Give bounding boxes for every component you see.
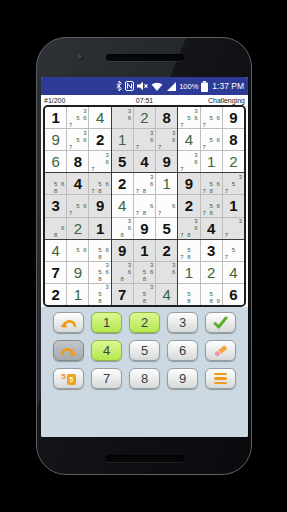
mark-9: 9 xyxy=(215,298,222,305)
pencil-marks: 56 xyxy=(67,240,88,261)
cell-r6c9[interactable]: 37 xyxy=(223,218,244,239)
mark-6: 6 xyxy=(148,180,155,187)
cell-r3c5[interactable]: 4 xyxy=(134,151,155,172)
mark-6: 6 xyxy=(81,247,88,254)
cell-r6c6[interactable]: 5 xyxy=(156,218,177,239)
mark-8: 8 xyxy=(52,187,59,194)
pencil-marks: 358 xyxy=(134,284,155,305)
pencil-marks: 5678 xyxy=(201,195,222,216)
user-digit: 4 xyxy=(51,243,59,258)
mark-7: 7 xyxy=(201,121,208,128)
mark-8: 8 xyxy=(52,232,59,239)
cell-r2c1[interactable]: 9 xyxy=(45,129,66,150)
cell-r5c2[interactable]: 567 xyxy=(67,195,88,216)
keypad-row-2: 456 xyxy=(53,340,236,361)
cell-r4c9[interactable]: 357 xyxy=(223,173,244,194)
keypad: 12345655789 xyxy=(41,307,248,437)
pencil-marks: 58 xyxy=(178,284,199,305)
mark-6: 6 xyxy=(148,202,155,209)
mark-3: 3 xyxy=(126,262,133,269)
mark-6: 6 xyxy=(170,136,177,143)
pencil-marks: 3567 xyxy=(178,107,199,128)
board-area: 1356749356726836736281367367549356756794… xyxy=(41,105,248,307)
mark-7: 7 xyxy=(201,187,208,194)
pencil-marks: 3568 xyxy=(134,262,155,283)
mark-5: 5 xyxy=(141,269,148,276)
mark-6: 6 xyxy=(215,202,222,209)
cell-r9c4[interactable]: 7 xyxy=(112,284,133,305)
given-digit: 8 xyxy=(163,110,171,125)
cell-r5c3[interactable]: 9 xyxy=(89,195,110,216)
mark-6: 6 xyxy=(148,269,155,276)
pencil-marks: 367 xyxy=(156,129,177,150)
mark-5: 5 xyxy=(52,180,59,187)
mark-7: 7 xyxy=(134,210,141,217)
bluetooth-icon xyxy=(116,81,122,91)
user-digit: 4 xyxy=(185,132,193,147)
mark-6: 6 xyxy=(104,269,111,276)
cell-r9c1[interactable]: 2 xyxy=(45,284,66,305)
given-digit: 1 xyxy=(96,221,104,236)
mark-8: 8 xyxy=(119,232,126,239)
given-digit: 3 xyxy=(207,243,215,258)
menu-button[interactable] xyxy=(205,368,236,389)
mark-3: 3 xyxy=(126,107,133,114)
pencil-marks: 367 xyxy=(178,151,199,172)
cell-r6c1[interactable]: 68 xyxy=(45,218,66,239)
cell-r8c7[interactable]: 1 xyxy=(178,262,199,283)
mark-6: 6 xyxy=(126,269,133,276)
given-digit: 9 xyxy=(185,176,193,191)
mark-5: 5 xyxy=(141,291,148,298)
box-6: 956783572567813678437 xyxy=(178,173,244,238)
cell-r7c9[interactable]: 57 xyxy=(223,240,244,261)
pencil-marks: 589 xyxy=(201,284,222,305)
pencil-marks: 36 xyxy=(112,107,133,128)
user-digit: 1 xyxy=(185,265,193,280)
cell-r7c5[interactable]: 1 xyxy=(134,240,155,261)
cell-r3c3[interactable]: 367 xyxy=(89,151,110,172)
mark-7: 7 xyxy=(223,254,230,261)
box-4: 56845678356796821 xyxy=(45,173,111,238)
cell-r2c9[interactable]: 8 xyxy=(223,129,244,150)
mark-8: 8 xyxy=(141,210,148,217)
user-digit: 4 xyxy=(96,110,104,125)
key-9[interactable]: 9 xyxy=(167,368,198,389)
mark-7: 7 xyxy=(178,121,185,128)
pencil-marks: 367 xyxy=(89,151,110,172)
mark-5: 5 xyxy=(185,114,192,121)
cell-r7c6[interactable]: 2 xyxy=(156,240,177,261)
pencil-marks: 3678 xyxy=(178,218,199,239)
given-digit: 1 xyxy=(229,198,237,213)
mark-5: 5 xyxy=(230,247,237,254)
cell-r5c7[interactable]: 2 xyxy=(178,195,199,216)
key-4[interactable]: 4 xyxy=(91,340,122,361)
cell-r2c4[interactable]: 1 xyxy=(112,129,133,150)
difficulty-label: Challenging xyxy=(178,97,245,104)
mark-5: 5 xyxy=(208,202,215,209)
given-digit: 1 xyxy=(51,110,59,125)
cell-r6c4[interactable]: 368 xyxy=(112,218,133,239)
cell-r1c3[interactable]: 4 xyxy=(89,107,110,128)
given-digit: 8 xyxy=(229,132,237,147)
front-camera xyxy=(77,54,83,60)
mark-3: 3 xyxy=(81,107,88,114)
sudoku-grid: 1356749356726836736281367367549356756794… xyxy=(43,105,246,307)
mark-7: 7 xyxy=(156,143,163,150)
cell-r5c6[interactable]: 67 xyxy=(156,195,177,216)
mark-5: 5 xyxy=(74,202,81,209)
pencil-marks: 568 xyxy=(89,240,110,261)
mark-8: 8 xyxy=(185,298,192,305)
cell-r2c7[interactable]: 4 xyxy=(178,129,199,150)
mark-5: 5 xyxy=(185,247,192,254)
mark-5: 5 xyxy=(97,180,104,187)
given-digit: 4 xyxy=(207,221,215,236)
mark-6: 6 xyxy=(148,136,155,143)
mark-8: 8 xyxy=(141,276,148,283)
given-digit: 9 xyxy=(140,221,148,236)
cell-r5c4[interactable]: 4 xyxy=(112,195,133,216)
cell-r9c5[interactable]: 358 xyxy=(134,284,155,305)
mark-5: 5 xyxy=(97,291,104,298)
mark-3: 3 xyxy=(148,284,155,291)
box-8: 91236835683673584 xyxy=(112,240,178,305)
mark-6: 6 xyxy=(215,136,222,143)
mark-6: 6 xyxy=(104,247,111,254)
user-digit: 6 xyxy=(51,154,59,169)
mute-icon xyxy=(137,81,148,91)
mark-6: 6 xyxy=(192,114,199,121)
user-digit: 2 xyxy=(207,265,215,280)
cell-r9c9[interactable]: 6 xyxy=(223,284,244,305)
mark-7: 7 xyxy=(178,165,185,172)
mark-8: 8 xyxy=(141,187,148,194)
mark-6: 6 xyxy=(104,158,111,165)
mark-7: 7 xyxy=(67,121,74,128)
key-8[interactable]: 8 xyxy=(129,368,160,389)
given-digit: 9 xyxy=(118,243,126,258)
cell-r6c8[interactable]: 4 xyxy=(201,218,222,239)
pencil-marks: 678 xyxy=(134,195,155,216)
given-digit: 9 xyxy=(163,154,171,169)
cell-r3c8[interactable]: 1 xyxy=(201,151,222,172)
user-digit: 4 xyxy=(163,287,171,302)
cell-r6c5[interactable]: 9 xyxy=(134,218,155,239)
box-9: 578357124585896 xyxy=(178,240,244,305)
mark-3: 3 xyxy=(104,284,111,291)
mark-5: 5 xyxy=(208,180,215,187)
user-digit: 1 xyxy=(74,287,82,302)
mark-5: 5 xyxy=(74,114,81,121)
status-bar: 100% 1:37 PM xyxy=(41,77,248,95)
user-digit: 4 xyxy=(118,198,126,213)
mark-7: 7 xyxy=(134,143,141,150)
pencil-marks: 5678 xyxy=(89,173,110,194)
mark-8: 8 xyxy=(97,187,104,194)
pencil-marks: 67 xyxy=(156,195,177,216)
cell-r2c3[interactable]: 2 xyxy=(89,129,110,150)
user-digit: 1 xyxy=(163,176,171,191)
mark-5: 5 xyxy=(230,180,237,187)
mark-6: 6 xyxy=(192,225,199,232)
mark-3: 3 xyxy=(148,173,155,180)
cell-r6c2[interactable]: 2 xyxy=(67,218,88,239)
pencil-marks: 368 xyxy=(112,218,133,239)
mark-8: 8 xyxy=(97,254,104,261)
puzzle-number: #1/200 xyxy=(44,97,111,104)
key-3[interactable]: 3 xyxy=(167,312,198,333)
user-digit: 4 xyxy=(229,265,237,280)
redo-button[interactable] xyxy=(53,340,84,361)
cell-r9c3[interactable]: 358 xyxy=(89,284,110,305)
given-digit: 1 xyxy=(140,243,148,258)
given-digit: 3 xyxy=(51,198,59,213)
pencil-marks: 357 xyxy=(223,173,244,194)
keypad-row-1: 123 xyxy=(53,312,236,333)
pencil-marks: 367 xyxy=(134,129,155,150)
mark-7: 7 xyxy=(89,187,96,194)
battery-percent: 100% xyxy=(179,82,198,91)
cell-r8c3[interactable]: 3568 xyxy=(89,262,110,283)
mark-3: 3 xyxy=(192,107,199,114)
cell-r1c2[interactable]: 3567 xyxy=(67,107,88,128)
mark-8: 8 xyxy=(185,232,192,239)
box-5: 23678146786736895 xyxy=(112,173,178,238)
pencil-marks: 567 xyxy=(201,107,222,128)
mark-3: 3 xyxy=(237,218,244,225)
user-digit: 1 xyxy=(207,154,215,169)
cell-r7c8[interactable]: 3 xyxy=(201,240,222,261)
key-1[interactable]: 1 xyxy=(91,312,122,333)
cell-r8c4[interactable]: 368 xyxy=(112,262,133,283)
game-info-bar: #1/200 07:51 Challenging xyxy=(41,95,248,105)
mark-7: 7 xyxy=(134,187,141,194)
mark-8: 8 xyxy=(141,298,148,305)
pencil-marks: 3567 xyxy=(67,107,88,128)
pencil-marks: 368 xyxy=(112,262,133,283)
mark-8: 8 xyxy=(97,298,104,305)
mark-3: 3 xyxy=(148,129,155,136)
timer: 07:51 xyxy=(111,97,178,104)
cell-r3c9[interactable]: 2 xyxy=(223,151,244,172)
cell-r7c7[interactable]: 578 xyxy=(178,240,199,261)
given-digit: 7 xyxy=(118,287,126,302)
cell-r8c9[interactable]: 4 xyxy=(223,262,244,283)
given-digit: 7 xyxy=(51,265,59,280)
mark-3: 3 xyxy=(237,173,244,180)
box-7: 45656879356821358 xyxy=(45,240,111,305)
user-digit: 9 xyxy=(74,265,82,280)
eraser-button[interactable] xyxy=(205,340,236,361)
cell-r5c1[interactable]: 3 xyxy=(45,195,66,216)
mark-5: 5 xyxy=(97,269,104,276)
phone-frame: 100% 1:37 PM #1/200 07:51 Challenging 13… xyxy=(36,37,252,475)
cell-r1c8[interactable]: 567 xyxy=(201,107,222,128)
mark-3: 3 xyxy=(148,262,155,269)
mark-6: 6 xyxy=(81,114,88,121)
undo-icon xyxy=(60,317,77,329)
cell-r6c7[interactable]: 3678 xyxy=(178,218,199,239)
mark-8: 8 xyxy=(208,210,215,217)
earpiece-speaker xyxy=(106,54,184,61)
cell-r1c6[interactable]: 8 xyxy=(156,107,177,128)
pencil-marks: 3568 xyxy=(89,262,110,283)
cell-r1c1[interactable]: 1 xyxy=(45,107,66,128)
check-button[interactable] xyxy=(205,312,236,333)
cell-r1c4[interactable]: 36 xyxy=(112,107,133,128)
mark-6: 6 xyxy=(126,114,133,121)
pencil-marks: 5678 xyxy=(201,173,222,194)
mark-6: 6 xyxy=(59,180,66,187)
cell-r7c2[interactable]: 56 xyxy=(67,240,88,261)
mark-6: 6 xyxy=(215,114,222,121)
cell-r5c9[interactable]: 1 xyxy=(223,195,244,216)
menu-icon xyxy=(214,373,227,385)
given-digit: 2 xyxy=(51,287,59,302)
cell-r2c6[interactable]: 367 xyxy=(156,129,177,150)
pencil-mode-icon: 55 xyxy=(61,372,75,385)
cell-r1c7[interactable]: 3567 xyxy=(178,107,199,128)
eraser-icon xyxy=(213,344,229,357)
mark-3: 3 xyxy=(126,218,133,225)
pencil-marks: 3678 xyxy=(134,173,155,194)
pencil-marks: 358 xyxy=(89,284,110,305)
cell-r9c6[interactable]: 4 xyxy=(156,284,177,305)
given-digit: 5 xyxy=(163,221,171,236)
bottom-speaker xyxy=(106,455,184,462)
wifi-icon xyxy=(151,82,163,91)
cellular-icon xyxy=(166,82,176,91)
cell-r5c5[interactable]: 678 xyxy=(134,195,155,216)
cell-r4c4[interactable]: 2 xyxy=(112,173,133,194)
mark-3: 3 xyxy=(192,151,199,158)
cell-r9c2[interactable]: 1 xyxy=(67,284,88,305)
given-digit: 2 xyxy=(163,243,171,258)
cell-r7c4[interactable]: 9 xyxy=(112,240,133,261)
mark-7: 7 xyxy=(201,143,208,150)
mark-6: 6 xyxy=(170,202,177,209)
cell-r4c6[interactable]: 1 xyxy=(156,173,177,194)
cell-r5c8[interactable]: 5678 xyxy=(201,195,222,216)
mark-6: 6 xyxy=(126,225,133,232)
key-7[interactable]: 7 xyxy=(91,368,122,389)
user-digit: 2 xyxy=(140,110,148,125)
mark-8: 8 xyxy=(208,187,215,194)
cell-r8c2[interactable]: 9 xyxy=(67,262,88,283)
mark-8: 8 xyxy=(208,298,215,305)
given-digit: 5 xyxy=(118,154,126,169)
pencil-marks: 567 xyxy=(67,195,88,216)
cell-r4c1[interactable]: 568 xyxy=(45,173,66,194)
cell-r3c6[interactable]: 9 xyxy=(156,151,177,172)
mark-5: 5 xyxy=(74,247,81,254)
mark-3: 3 xyxy=(192,218,199,225)
mark-7: 7 xyxy=(178,232,185,239)
mark-7: 7 xyxy=(223,187,230,194)
redo-icon xyxy=(60,345,77,357)
cell-r2c2[interactable]: 3567 xyxy=(67,129,88,150)
pencil-marks: 3567 xyxy=(67,129,88,150)
cell-r7c1[interactable]: 4 xyxy=(45,240,66,261)
cell-r8c6[interactable]: 36 xyxy=(156,262,177,283)
pencil-mode-button[interactable]: 55 xyxy=(53,368,84,389)
pencil-marks: 568 xyxy=(45,173,66,194)
key-2[interactable]: 2 xyxy=(129,312,160,333)
given-digit: 4 xyxy=(74,176,82,191)
cell-r4c8[interactable]: 5678 xyxy=(201,173,222,194)
cell-r7c3[interactable]: 568 xyxy=(89,240,110,261)
keypad-row-3: 55789 xyxy=(53,368,236,389)
mark-7: 7 xyxy=(201,210,208,217)
mark-5: 5 xyxy=(185,291,192,298)
cell-r8c8[interactable]: 2 xyxy=(201,262,222,283)
cell-r1c5[interactable]: 2 xyxy=(134,107,155,128)
mark-7: 7 xyxy=(178,254,185,261)
undo-button[interactable] xyxy=(53,312,84,333)
pencil-marks: 567 xyxy=(201,129,222,150)
nfc-icon xyxy=(125,81,134,91)
key-5[interactable]: 5 xyxy=(129,340,160,361)
cell-r1c9[interactable]: 9 xyxy=(223,107,244,128)
cell-r3c2[interactable]: 8 xyxy=(67,151,88,172)
mark-6: 6 xyxy=(192,158,199,165)
user-digit: 2 xyxy=(74,221,82,236)
pencil-marks: 57 xyxy=(223,240,244,261)
mark-8: 8 xyxy=(119,276,126,283)
mark-7: 7 xyxy=(67,210,74,217)
mark-6: 6 xyxy=(170,269,177,276)
cell-r2c8[interactable]: 567 xyxy=(201,129,222,150)
cell-r8c1[interactable]: 7 xyxy=(45,262,66,283)
cell-r3c4[interactable]: 5 xyxy=(112,151,133,172)
key-6[interactable]: 6 xyxy=(167,340,198,361)
cell-r9c7[interactable]: 58 xyxy=(178,284,199,305)
mark-5: 5 xyxy=(208,114,215,121)
cell-r4c7[interactable]: 9 xyxy=(178,173,199,194)
cell-r3c1[interactable]: 6 xyxy=(45,151,66,172)
given-digit: 2 xyxy=(118,176,126,191)
mark-3: 3 xyxy=(170,129,177,136)
mark-7: 7 xyxy=(67,143,74,150)
mark-5: 5 xyxy=(208,136,215,143)
cell-r8c5[interactable]: 3568 xyxy=(134,262,155,283)
user-digit: 9 xyxy=(51,132,59,147)
cell-r4c2[interactable]: 4 xyxy=(67,173,88,194)
cell-r2c5[interactable]: 367 xyxy=(134,129,155,150)
given-digit: 6 xyxy=(229,287,237,302)
mark-6: 6 xyxy=(215,180,222,187)
mark-7: 7 xyxy=(223,232,230,239)
box-2: 36281367367549 xyxy=(112,107,178,172)
cell-r4c3[interactable]: 5678 xyxy=(89,173,110,194)
given-digit: 9 xyxy=(96,198,104,213)
screen: 100% 1:37 PM #1/200 07:51 Challenging 13… xyxy=(41,77,248,437)
cell-r4c5[interactable]: 3678 xyxy=(134,173,155,194)
mark-7: 7 xyxy=(89,165,96,172)
mark-6: 6 xyxy=(81,202,88,209)
given-digit: 2 xyxy=(96,132,104,147)
mark-6: 6 xyxy=(104,180,111,187)
mark-5: 5 xyxy=(97,247,104,254)
cell-r6c3[interactable]: 1 xyxy=(89,218,110,239)
cell-r9c8[interactable]: 589 xyxy=(201,284,222,305)
cell-r3c7[interactable]: 367 xyxy=(178,151,199,172)
mark-7: 7 xyxy=(156,210,163,217)
pencil-marks: 578 xyxy=(178,240,199,261)
given-digit: 9 xyxy=(229,110,237,125)
